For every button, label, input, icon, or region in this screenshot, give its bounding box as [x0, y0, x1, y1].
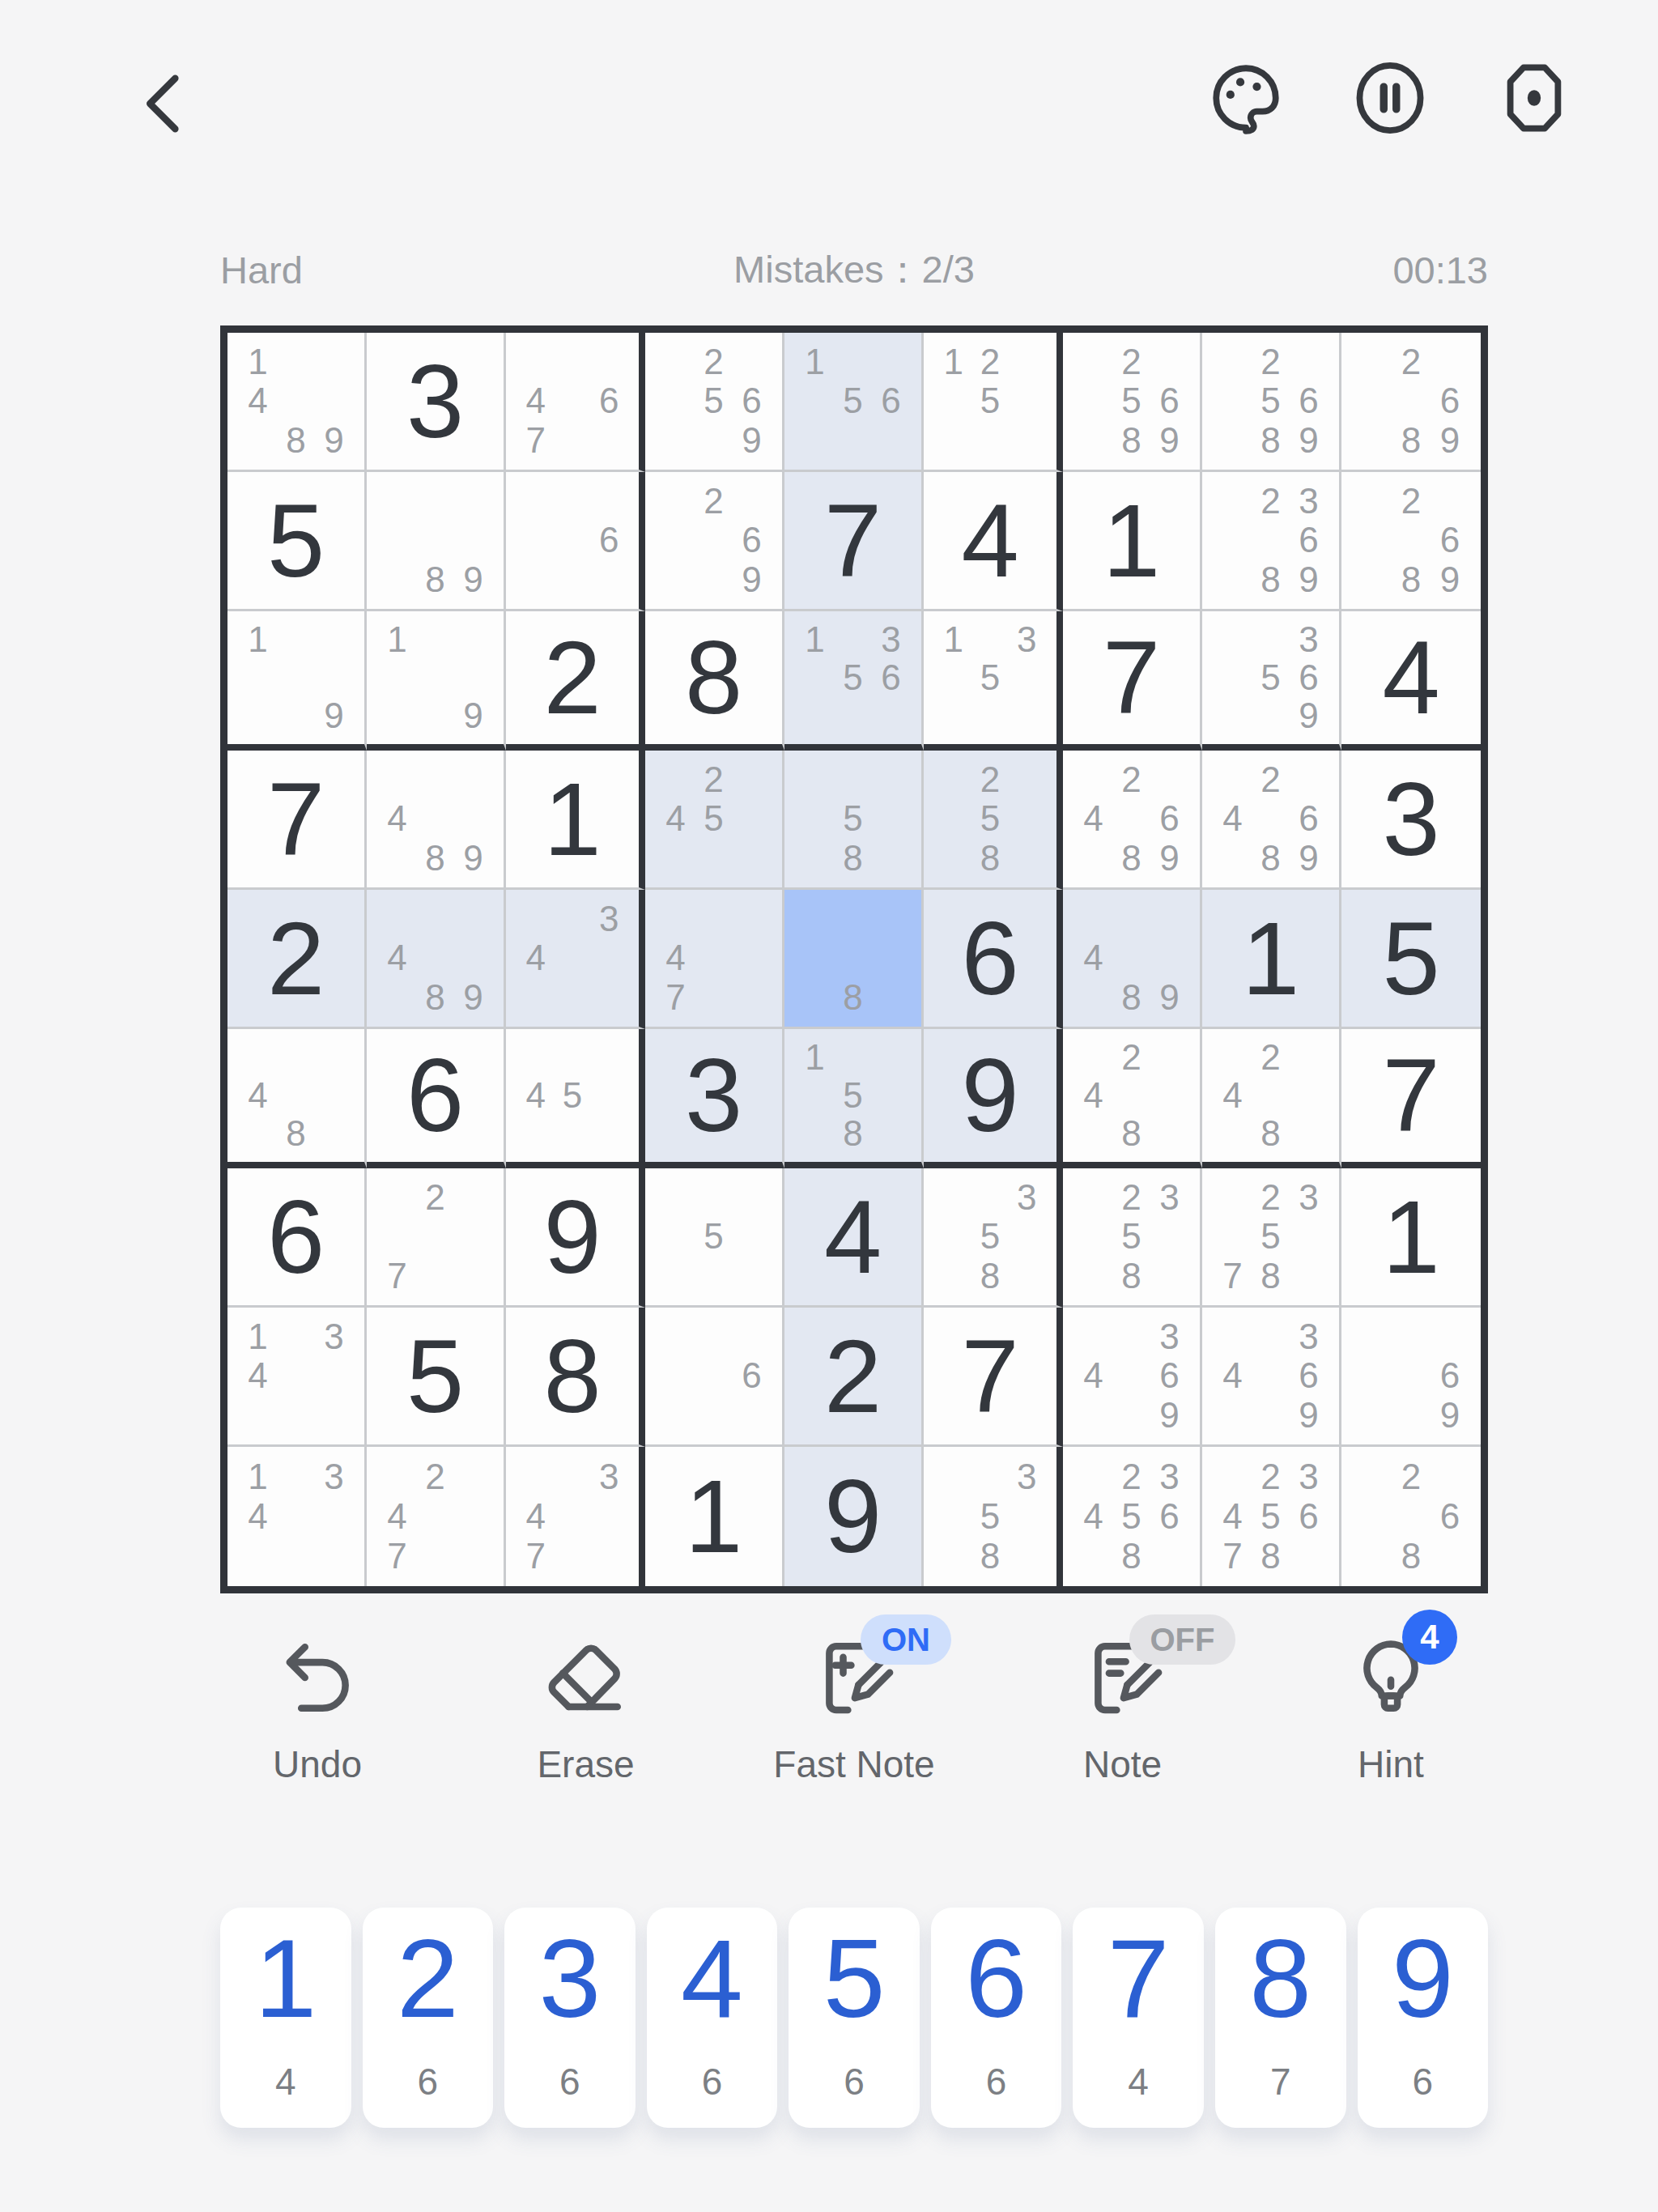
numpad-key-9[interactable]: 96 [1358, 1908, 1489, 2128]
hint-badge: 4 [1402, 1610, 1457, 1665]
cell-r9c7[interactable]: 234568 [1063, 1447, 1202, 1586]
erase-button[interactable]: Erase [489, 1634, 683, 1786]
cell-notes: 125 [924, 333, 1056, 470]
difficulty-label: Hard [220, 248, 303, 292]
cell-r8c9[interactable]: 69 [1341, 1308, 1481, 1447]
cell-r9c2[interactable]: 247 [367, 1447, 506, 1586]
tool-label: Hint [1358, 1742, 1424, 1786]
status-bar: Hard Mistakes：2/3 00:13 [220, 248, 1488, 292]
numpad-remaining-count: 4 [275, 2063, 296, 2100]
cell-r5c3[interactable]: 34 [506, 890, 645, 1029]
cell-r4c4[interactable]: 245 [645, 751, 784, 890]
numpad-digit: 9 [1392, 1922, 1454, 2034]
cell-r2c6[interactable]: 4 [924, 472, 1063, 611]
cell-value: 5 [1382, 907, 1439, 1010]
cell-value: 3 [406, 350, 464, 453]
cell-value: 6 [267, 1185, 325, 1289]
cell-r1c5[interactable]: 156 [784, 333, 924, 472]
board: 1489346725691561252568925689268958962697… [220, 325, 1488, 1593]
cell-notes: 6 [506, 472, 639, 609]
numpad-remaining-count: 6 [1412, 2063, 1433, 2100]
cell-notes: 25689 [1202, 333, 1339, 470]
cell-value: 2 [267, 907, 325, 1010]
cell-value: 9 [961, 1044, 1018, 1147]
cell-r6c6[interactable]: 9 [924, 1029, 1063, 1168]
cell-r8c2[interactable]: 5 [367, 1308, 506, 1447]
cell-notes: 2345678 [1202, 1447, 1339, 1586]
numpad-digit: 5 [823, 1922, 886, 2034]
cell-r7c2[interactable]: 27 [367, 1168, 506, 1308]
numpad-remaining-count: 6 [844, 2063, 865, 2100]
cell-r2c9[interactable]: 2689 [1341, 472, 1481, 611]
cell-r2c3[interactable]: 6 [506, 472, 645, 611]
cell-notes: 347 [506, 1447, 639, 1586]
cell-notes: 89 [367, 472, 504, 609]
cell-r1c4[interactable]: 2569 [645, 333, 784, 472]
numpad-key-4[interactable]: 46 [647, 1908, 778, 2128]
cell-r2c7[interactable]: 1 [1063, 472, 1202, 611]
cell-r5c6[interactable]: 6 [924, 890, 1063, 1029]
cell-notes: 245 [645, 751, 782, 887]
cell-r6c8[interactable]: 248 [1202, 1029, 1341, 1168]
cell-r9c1[interactable]: 134 [227, 1447, 367, 1586]
settings-button[interactable] [1494, 58, 1574, 138]
cell-r6c4[interactable]: 3 [645, 1029, 784, 1168]
cell-notes: 3569 [1202, 611, 1339, 744]
undo-icon [274, 1634, 361, 1721]
cell-value: 6 [406, 1044, 464, 1147]
cell-value: 1 [1382, 1185, 1439, 1289]
fast-note-button[interactable]: ON Fast Note [757, 1634, 951, 1786]
cell-value: 9 [824, 1465, 882, 1568]
numpad-digit: 8 [1249, 1922, 1312, 2034]
numpad-key-3[interactable]: 36 [504, 1908, 636, 2128]
cell-notes: 489 [367, 890, 504, 1027]
cell-r4c7[interactable]: 24689 [1063, 751, 1202, 890]
cell-r6c2[interactable]: 6 [367, 1029, 506, 1168]
tool-label: Fast Note [773, 1742, 934, 1786]
numpad-key-1[interactable]: 14 [220, 1908, 351, 2128]
cell-r7c3[interactable]: 9 [506, 1168, 645, 1308]
cell-value: 7 [1382, 1044, 1439, 1147]
cell-r8c6[interactable]: 7 [924, 1308, 1063, 1447]
cell-notes: 247 [367, 1447, 504, 1586]
cell-notes: 48 [227, 1029, 364, 1162]
cell-r1c2[interactable]: 3 [367, 333, 506, 472]
numpad-digit: 2 [397, 1922, 459, 2034]
note-button[interactable]: OFF Note [1026, 1634, 1220, 1786]
cell-r1c6[interactable]: 125 [924, 333, 1063, 472]
numpad-key-6[interactable]: 66 [931, 1908, 1062, 2128]
cell-r4c6[interactable]: 258 [924, 751, 1063, 890]
cell-r7c9[interactable]: 1 [1341, 1168, 1481, 1308]
theme-button[interactable] [1206, 58, 1286, 138]
cell-r8c7[interactable]: 3469 [1063, 1308, 1202, 1447]
cell-notes: 24689 [1202, 751, 1339, 887]
cell-r8c3[interactable]: 8 [506, 1308, 645, 1447]
cell-notes: 19 [367, 611, 504, 744]
cell-value: 4 [961, 489, 1018, 593]
cell-value: 5 [267, 489, 325, 593]
numpad-remaining-count: 6 [702, 2063, 723, 2100]
settings-icon [1494, 58, 1574, 138]
cell-r1c9[interactable]: 2689 [1341, 333, 1481, 472]
cell-notes: 489 [1063, 890, 1200, 1027]
timer-label: 00:13 [1392, 248, 1488, 292]
tool-label: Note [1083, 1742, 1162, 1786]
cell-notes: 156 [784, 333, 921, 470]
cell-r7c5[interactable]: 4 [784, 1168, 924, 1308]
cell-r5c5[interactable]: 8 [784, 890, 924, 1029]
cell-value: 2 [824, 1325, 882, 1428]
cell-notes: 23578 [1202, 1168, 1339, 1305]
cell-r3c5[interactable]: 1356 [784, 611, 924, 751]
numpad-digit: 7 [1107, 1922, 1170, 2034]
cell-r3c3[interactable]: 2 [506, 611, 645, 751]
note-badge: OFF [1129, 1614, 1236, 1665]
cell-notes: 489 [367, 751, 504, 887]
cell-r9c5[interactable]: 9 [784, 1447, 924, 1586]
numpad-key-8[interactable]: 87 [1215, 1908, 1346, 2128]
cell-notes: 8 [784, 890, 921, 1027]
cell-notes: 1356 [784, 611, 921, 744]
cell-notes: 134 [227, 1447, 364, 1586]
cell-value: 3 [1382, 768, 1439, 871]
cell-r2c4[interactable]: 269 [645, 472, 784, 611]
cell-notes: 1489 [227, 333, 364, 470]
cell-r7c7[interactable]: 2358 [1063, 1168, 1202, 1308]
cell-value: 2 [543, 626, 601, 730]
cell-notes: 27 [367, 1168, 504, 1305]
cell-notes: 158 [784, 1029, 921, 1162]
cell-value: 1 [1103, 489, 1160, 593]
cell-notes: 25689 [1063, 333, 1200, 470]
cell-r3c7[interactable]: 7 [1063, 611, 1202, 751]
cell-r5c2[interactable]: 489 [367, 890, 506, 1029]
back-button[interactable] [126, 63, 207, 144]
cell-r2c1[interactable]: 5 [227, 472, 367, 611]
cell-r1c7[interactable]: 25689 [1063, 333, 1202, 472]
numpad-digit: 6 [965, 1922, 1027, 2034]
cell-value: 7 [961, 1325, 1018, 1428]
cell-notes: 45 [506, 1029, 639, 1162]
cell-r7c4[interactable]: 5 [645, 1168, 784, 1308]
cell-notes: 2689 [1341, 333, 1481, 470]
cell-r5c8[interactable]: 1 [1202, 890, 1341, 1029]
cell-notes: 23689 [1202, 472, 1339, 609]
cell-r8c1[interactable]: 134 [227, 1308, 367, 1447]
cell-notes: 34 [506, 890, 639, 1027]
cell-r3c6[interactable]: 135 [924, 611, 1063, 751]
cell-notes: 248 [1202, 1029, 1339, 1162]
cell-r3c8[interactable]: 3569 [1202, 611, 1341, 751]
undo-button[interactable]: Undo [220, 1634, 414, 1786]
cell-value: 4 [824, 1185, 882, 1289]
cell-r9c4[interactable]: 1 [645, 1447, 784, 1586]
cell-r1c3[interactable]: 467 [506, 333, 645, 472]
cell-value: 4 [1382, 626, 1439, 730]
numpad-remaining-count: 7 [1270, 2063, 1291, 2100]
cell-r6c5[interactable]: 158 [784, 1029, 924, 1168]
cell-notes: 358 [924, 1447, 1056, 1586]
cell-r8c5[interactable]: 2 [784, 1308, 924, 1447]
cell-notes: 2689 [1341, 472, 1481, 609]
cell-r2c5[interactable]: 7 [784, 472, 924, 611]
cell-value: 8 [543, 1325, 601, 1428]
numpad: 142636465666748796 [220, 1908, 1488, 2128]
cell-r8c4[interactable]: 6 [645, 1308, 784, 1447]
cell-r5c7[interactable]: 489 [1063, 890, 1202, 1029]
cell-notes: 5 [645, 1168, 782, 1305]
cell-r6c1[interactable]: 48 [227, 1029, 367, 1168]
cell-value: 3 [685, 1044, 742, 1147]
cell-r5c1[interactable]: 2 [227, 890, 367, 1029]
cell-r5c9[interactable]: 5 [1341, 890, 1481, 1029]
cell-value: 8 [685, 626, 742, 730]
cell-r5c4[interactable]: 47 [645, 890, 784, 1029]
cell-notes: 358 [924, 1168, 1056, 1305]
cell-value: 1 [685, 1465, 742, 1568]
cell-r3c9[interactable]: 4 [1341, 611, 1481, 751]
numpad-digit: 3 [539, 1922, 602, 2034]
cell-value: 1 [1242, 907, 1299, 1010]
mistakes-label: Mistakes：2/3 [733, 245, 975, 296]
cell-r4c3[interactable]: 1 [506, 751, 645, 890]
tool-label: Erase [537, 1742, 634, 1786]
cell-notes: 268 [1341, 1447, 1481, 1586]
cell-notes: 3469 [1202, 1308, 1339, 1444]
cell-r7c1[interactable]: 6 [227, 1168, 367, 1308]
cell-r6c7[interactable]: 248 [1063, 1029, 1202, 1168]
cell-value: 7 [824, 489, 882, 593]
sudoku-app: Hard Mistakes：2/3 00:13 1489346725691561… [0, 0, 1658, 2212]
numpad-key-2[interactable]: 26 [363, 1908, 494, 2128]
cell-notes: 19 [227, 611, 364, 744]
top-bar-actions [1206, 58, 1574, 138]
cell-r9c6[interactable]: 358 [924, 1447, 1063, 1586]
cell-value: 9 [543, 1185, 601, 1289]
cell-r7c8[interactable]: 23578 [1202, 1168, 1341, 1308]
cell-r4c8[interactable]: 24689 [1202, 751, 1341, 890]
cell-notes: 248 [1063, 1029, 1200, 1162]
cell-r4c9[interactable]: 3 [1341, 751, 1481, 890]
numpad-key-5[interactable]: 56 [789, 1908, 920, 2128]
cell-notes: 258 [924, 751, 1056, 887]
cell-notes: 2569 [645, 333, 782, 470]
pause-icon [1350, 58, 1430, 138]
cell-value: 6 [961, 907, 1018, 1010]
back-icon [126, 63, 207, 144]
pause-button[interactable] [1350, 58, 1430, 138]
numpad-remaining-count: 6 [986, 2063, 1007, 2100]
cell-notes: 3469 [1063, 1308, 1200, 1444]
numpad-remaining-count: 6 [559, 2063, 580, 2100]
cell-r4c5[interactable]: 58 [784, 751, 924, 890]
cell-r9c9[interactable]: 268 [1341, 1447, 1481, 1586]
cell-notes: 69 [1341, 1308, 1481, 1444]
cell-value: 7 [267, 768, 325, 871]
numpad-digit: 4 [681, 1922, 743, 2034]
cell-r3c2[interactable]: 19 [367, 611, 506, 751]
cell-r9c3[interactable]: 347 [506, 1447, 645, 1586]
cell-r2c2[interactable]: 89 [367, 472, 506, 611]
cell-notes: 2358 [1063, 1168, 1200, 1305]
cell-notes: 269 [645, 472, 782, 609]
cell-r3c1[interactable]: 19 [227, 611, 367, 751]
cell-value: 1 [543, 768, 601, 871]
hint-button[interactable]: 4 Hint [1294, 1634, 1488, 1786]
palette-icon [1206, 58, 1286, 138]
toolbar: Undo Erase ON Fast Note OFF [220, 1634, 1488, 1786]
tool-label: Undo [273, 1742, 362, 1786]
cell-r6c9[interactable]: 7 [1341, 1029, 1481, 1168]
numpad-remaining-count: 6 [418, 2063, 439, 2100]
cell-notes: 47 [645, 890, 782, 1027]
cell-r6c3[interactable]: 45 [506, 1029, 645, 1168]
fast-note-badge: ON [861, 1614, 951, 1665]
cell-r4c2[interactable]: 489 [367, 751, 506, 890]
cell-value: 7 [1103, 626, 1160, 730]
cell-r8c8[interactable]: 3469 [1202, 1308, 1341, 1447]
cell-notes: 134 [227, 1308, 364, 1444]
cell-notes: 135 [924, 611, 1056, 744]
cell-notes: 467 [506, 333, 639, 470]
numpad-digit: 1 [254, 1922, 317, 2034]
cell-notes: 24689 [1063, 751, 1200, 887]
cell-r2c8[interactable]: 23689 [1202, 472, 1341, 611]
top-bar [0, 49, 1658, 162]
numpad-key-7[interactable]: 74 [1073, 1908, 1204, 2128]
cell-notes: 234568 [1063, 1447, 1200, 1586]
cell-r3c4[interactable]: 8 [645, 611, 784, 751]
cell-r7c6[interactable]: 358 [924, 1168, 1063, 1308]
cell-r9c8[interactable]: 2345678 [1202, 1447, 1341, 1586]
cell-r4c1[interactable]: 7 [227, 751, 367, 890]
numpad-remaining-count: 4 [1128, 2063, 1149, 2100]
cell-r1c1[interactable]: 1489 [227, 333, 367, 472]
cell-notes: 58 [784, 751, 921, 887]
cell-r1c8[interactable]: 25689 [1202, 333, 1341, 472]
cell-value: 5 [406, 1325, 464, 1428]
eraser-icon [542, 1634, 630, 1721]
cell-notes: 6 [645, 1308, 782, 1444]
